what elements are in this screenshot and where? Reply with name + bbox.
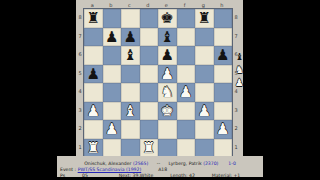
white-king: ♚	[161, 101, 174, 120]
square-g8: ♜	[195, 9, 214, 28]
black-pawn: ♟	[105, 27, 118, 46]
square-d8	[140, 9, 159, 28]
tray-white-pawn: ♟	[235, 76, 244, 89]
rank-label-1: 1	[234, 138, 238, 157]
white-pawn: ♟	[105, 120, 118, 139]
rank-label-2: 2	[234, 119, 238, 138]
square-f6	[177, 46, 196, 65]
rank-label-3: 3	[78, 101, 82, 120]
square-g5	[195, 65, 214, 84]
square-b7: ♟	[103, 28, 122, 47]
square-h7	[214, 28, 233, 47]
square-a5: ♟	[84, 65, 103, 84]
square-b5	[103, 65, 122, 84]
tray-white-knight: ♞	[235, 63, 244, 76]
square-f2	[177, 120, 196, 139]
square-f1	[177, 139, 196, 158]
square-c2	[121, 120, 140, 139]
square-c6: ♝	[121, 46, 140, 65]
material-tray: ♝♞♟	[236, 50, 243, 89]
square-a2	[84, 120, 103, 139]
rank-label-7: 7	[234, 27, 238, 46]
white-pawn: ♟	[216, 120, 229, 139]
diagram-panel: abcdefgh abcdefgh 87654321 87654321 ♜♚♜♟…	[76, 0, 243, 177]
square-c5	[121, 65, 140, 84]
white-pawn: ♟	[161, 64, 174, 83]
vs-separator: --	[157, 161, 160, 166]
square-e2	[158, 120, 177, 139]
square-a1: ♜	[84, 139, 103, 158]
material-value: +1	[234, 173, 241, 178]
square-f7	[177, 28, 196, 47]
caption-strip: Onischuk, Alexander (2565) -- Lyrberg, P…	[57, 156, 263, 177]
white-bishop: ♝	[124, 101, 137, 120]
square-h8	[214, 9, 233, 28]
square-c1	[121, 139, 140, 158]
video-frame: { "game": "chess", "position": { "fen": …	[0, 0, 320, 180]
black-pawn: ♟	[216, 46, 229, 65]
square-c8	[121, 9, 140, 28]
black-player-name: Lyrberg, Patrik	[169, 161, 202, 166]
square-g4	[195, 83, 214, 102]
square-b1	[103, 139, 122, 158]
black-bishop: ♝	[124, 46, 137, 65]
black-bishop: ♝	[161, 27, 174, 46]
event-link[interactable]: PWT/SS Scandinavia (1992)	[78, 167, 142, 172]
square-a4	[84, 83, 103, 102]
white-knight: ♞	[161, 83, 174, 102]
rank-label-5: 5	[78, 64, 82, 83]
black-rook: ♜	[198, 9, 211, 28]
square-e5: ♟	[158, 65, 177, 84]
black-king: ♚	[161, 9, 174, 28]
white-player-rating: (2565)	[133, 161, 148, 166]
material-label: Material:	[212, 173, 232, 178]
square-f5	[177, 65, 196, 84]
rank-labels-left: 87654321	[78, 8, 82, 157]
rank-label-8: 8	[78, 8, 82, 27]
square-e1	[158, 139, 177, 158]
square-h3	[214, 102, 233, 121]
rank-label-8: 8	[234, 8, 238, 27]
stats-line: Ps 05 Next: 39.White Length: 42 Material…	[57, 173, 263, 178]
players-line: Onischuk, Alexander (2565) -- Lyrberg, P…	[57, 161, 263, 166]
white-pawn: ♟	[87, 101, 100, 120]
square-a8: ♜	[84, 9, 103, 28]
tray-black-bishop: ♝	[235, 50, 244, 63]
rank-label-1: 1	[78, 138, 82, 157]
square-a7	[84, 28, 103, 47]
square-e8: ♚	[158, 9, 177, 28]
rank-label-3: 3	[234, 101, 238, 120]
square-d6	[140, 46, 159, 65]
square-a6	[84, 46, 103, 65]
black-rook: ♜	[87, 9, 100, 28]
length-label: Length:	[170, 173, 187, 178]
square-g1	[195, 139, 214, 158]
square-d3	[140, 102, 159, 121]
white-pawn: ♟	[179, 83, 192, 102]
chess-board: ♜♚♜♟♟♝♝♟♟♟♟♞♟♟♝♚♟♟♟♜♜	[83, 8, 233, 158]
next-label: Next:	[119, 173, 131, 178]
square-h2: ♟	[214, 120, 233, 139]
black-pawn: ♟	[161, 46, 174, 65]
square-f8	[177, 9, 196, 28]
square-d2	[140, 120, 159, 139]
event-label: Event :	[60, 167, 76, 172]
white-rook: ♜	[142, 138, 155, 157]
square-g6	[195, 46, 214, 65]
square-g2	[195, 120, 214, 139]
square-b8	[103, 9, 122, 28]
square-c4	[121, 83, 140, 102]
square-b4	[103, 83, 122, 102]
white-pawn: ♟	[198, 101, 211, 120]
square-h1	[214, 139, 233, 158]
square-e4: ♞	[158, 83, 177, 102]
rank-label-6: 6	[78, 45, 82, 64]
event-line: Event : PWT/SS Scandinavia (1992) A18	[57, 167, 263, 172]
square-c7: ♟	[121, 28, 140, 47]
black-player-rating: (2370)	[203, 161, 218, 166]
square-g3: ♟	[195, 102, 214, 121]
square-b3	[103, 102, 122, 121]
square-h4	[214, 83, 233, 102]
square-f3	[177, 102, 196, 121]
square-f4: ♟	[177, 83, 196, 102]
rank-label-2: 2	[78, 119, 82, 138]
game-result: 1-0	[228, 161, 236, 166]
stat-05: 05	[82, 173, 88, 178]
white-rook: ♜	[87, 138, 100, 157]
square-b2: ♟	[103, 120, 122, 139]
square-d1: ♜	[140, 139, 159, 158]
next-value: 39.White	[133, 173, 154, 178]
black-pawn: ♟	[124, 27, 137, 46]
square-e3: ♚	[158, 102, 177, 121]
square-h5	[214, 65, 233, 84]
white-player-name: Onischuk, Alexander	[84, 161, 131, 166]
square-h6: ♟	[214, 46, 233, 65]
length-value: 42	[189, 173, 195, 178]
stat-ps: Ps	[60, 173, 65, 178]
square-e7: ♝	[158, 28, 177, 47]
square-b6	[103, 46, 122, 65]
square-d7	[140, 28, 159, 47]
square-g7	[195, 28, 214, 47]
black-pawn: ♟	[87, 64, 100, 83]
square-a3: ♟	[84, 102, 103, 121]
square-c3: ♝	[121, 102, 140, 121]
eco-code: A18	[158, 167, 167, 172]
rank-label-7: 7	[78, 27, 82, 46]
square-d4	[140, 83, 159, 102]
rank-label-4: 4	[78, 82, 82, 101]
square-d5	[140, 65, 159, 84]
square-e6: ♟	[158, 46, 177, 65]
